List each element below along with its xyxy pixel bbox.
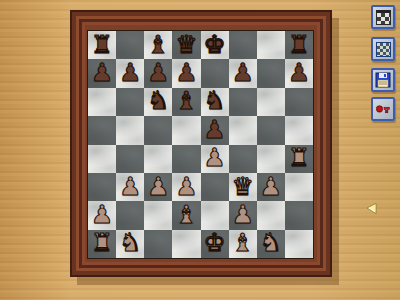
white-rook[interactable]: ♜ (288, 145, 310, 170)
square-h6[interactable] (285, 88, 313, 116)
black-pawn[interactable]: ♟ (175, 60, 197, 85)
floppy-disk-icon (375, 72, 391, 88)
square-d1[interactable] (172, 230, 200, 258)
square-e6[interactable]: ♞ (201, 88, 229, 116)
white-pawn[interactable]: ♟ (203, 145, 225, 170)
red-blocks-icon (375, 101, 391, 117)
white-pawn[interactable]: ♟ (175, 174, 197, 199)
square-f8[interactable] (229, 31, 257, 59)
square-b4[interactable] (116, 145, 144, 173)
square-c2[interactable] (144, 201, 172, 229)
square-h1[interactable] (285, 230, 313, 258)
square-a1[interactable]: ♜ (88, 230, 116, 258)
square-d4[interactable] (172, 145, 200, 173)
square-g2[interactable] (257, 201, 285, 229)
square-e2[interactable] (201, 201, 229, 229)
square-c6[interactable]: ♞ (144, 88, 172, 116)
black-pawn[interactable]: ♟ (203, 117, 225, 142)
square-e1[interactable]: ♚ (201, 230, 229, 258)
square-a7[interactable]: ♟ (88, 59, 116, 87)
square-h4[interactable]: ♜ (285, 145, 313, 173)
white-pawn[interactable]: ♟ (260, 174, 282, 199)
square-b8[interactable] (116, 31, 144, 59)
black-pawn[interactable]: ♟ (119, 60, 141, 85)
white-bishop[interactable]: ♝ (175, 202, 197, 227)
square-d7[interactable]: ♟ (172, 59, 200, 87)
square-d5[interactable] (172, 116, 200, 144)
square-g8[interactable] (257, 31, 285, 59)
square-a2[interactable]: ♟ (88, 201, 116, 229)
square-e5[interactable]: ♟ (201, 116, 229, 144)
new-game-button[interactable] (371, 5, 395, 29)
white-pawn[interactable]: ♟ (147, 174, 169, 199)
black-bishop[interactable]: ♝ (175, 88, 197, 113)
white-pawn[interactable]: ♟ (119, 174, 141, 199)
white-bishop[interactable]: ♝ (231, 230, 253, 255)
square-e4[interactable]: ♟ (201, 145, 229, 173)
square-h5[interactable] (285, 116, 313, 144)
square-c4[interactable] (144, 145, 172, 173)
square-d3[interactable]: ♟ (172, 173, 200, 201)
black-knight[interactable]: ♞ (147, 88, 169, 113)
white-king[interactable]: ♚ (203, 230, 225, 255)
white-pawn[interactable]: ♟ (91, 202, 113, 227)
chessboard-fine-icon (376, 42, 391, 57)
square-g6[interactable] (257, 88, 285, 116)
square-b3[interactable]: ♟ (116, 173, 144, 201)
square-e3[interactable] (201, 173, 229, 201)
square-h7[interactable]: ♟ (285, 59, 313, 87)
square-a4[interactable] (88, 145, 116, 173)
square-b1[interactable]: ♞ (116, 230, 144, 258)
square-a5[interactable] (88, 116, 116, 144)
quit-button[interactable] (371, 97, 395, 121)
square-h2[interactable] (285, 201, 313, 229)
square-h3[interactable] (285, 173, 313, 201)
square-b2[interactable] (116, 201, 144, 229)
square-d2[interactable]: ♝ (172, 201, 200, 229)
black-rook[interactable]: ♜ (288, 32, 310, 57)
black-queen[interactable]: ♛ (175, 32, 197, 57)
black-knight[interactable]: ♞ (203, 88, 225, 113)
square-f3[interactable]: ♛ (229, 173, 257, 201)
black-bishop[interactable]: ♝ (147, 32, 169, 57)
square-f4[interactable] (229, 145, 257, 173)
square-b7[interactable]: ♟ (116, 59, 144, 87)
square-a6[interactable] (88, 88, 116, 116)
white-pawn[interactable]: ♟ (231, 202, 253, 227)
square-d6[interactable]: ♝ (172, 88, 200, 116)
square-b5[interactable] (116, 116, 144, 144)
square-b6[interactable] (116, 88, 144, 116)
square-g7[interactable] (257, 59, 285, 87)
black-pawn[interactable]: ♟ (288, 60, 310, 85)
square-c1[interactable] (144, 230, 172, 258)
board-setup-button[interactable] (371, 37, 395, 61)
square-e7[interactable] (201, 59, 229, 87)
square-c8[interactable]: ♝ (144, 31, 172, 59)
square-g1[interactable]: ♞ (257, 230, 285, 258)
chess-app-window: { "game": "chess", "position": { "fen": … (0, 0, 400, 300)
square-f2[interactable]: ♟ (229, 201, 257, 229)
square-a8[interactable]: ♜ (88, 31, 116, 59)
square-a3[interactable] (88, 173, 116, 201)
square-f7[interactable]: ♟ (229, 59, 257, 87)
black-rook[interactable]: ♜ (91, 32, 113, 57)
black-pawn[interactable]: ♟ (91, 60, 113, 85)
chess-board[interactable]: ♜♝♛♚♜♟♟♟♟♟♟♞♝♞♟♟♜♟♟♟♛♟♟♝♟♜♞♚♝♞ (88, 31, 313, 258)
square-g5[interactable] (257, 116, 285, 144)
save-game-button[interactable] (371, 68, 395, 92)
square-f5[interactable] (229, 116, 257, 144)
square-e8[interactable]: ♚ (201, 31, 229, 59)
square-g4[interactable] (257, 145, 285, 173)
black-king[interactable]: ♚ (203, 32, 225, 57)
white-knight[interactable]: ♞ (260, 230, 282, 255)
chessboard-icon (376, 10, 391, 25)
white-queen[interactable]: ♛ (231, 174, 253, 199)
square-c3[interactable]: ♟ (144, 173, 172, 201)
square-h8[interactable]: ♜ (285, 31, 313, 59)
square-c7[interactable]: ♟ (144, 59, 172, 87)
square-d8[interactable]: ♛ (172, 31, 200, 59)
white-knight[interactable]: ♞ (119, 230, 141, 255)
black-pawn[interactable]: ♟ (147, 60, 169, 85)
white-rook[interactable]: ♜ (91, 230, 113, 255)
mouse-cursor-icon (366, 203, 378, 215)
square-g3[interactable]: ♟ (257, 173, 285, 201)
square-f1[interactable]: ♝ (229, 230, 257, 258)
black-pawn[interactable]: ♟ (231, 60, 253, 85)
square-c5[interactable] (144, 116, 172, 144)
square-f6[interactable] (229, 88, 257, 116)
